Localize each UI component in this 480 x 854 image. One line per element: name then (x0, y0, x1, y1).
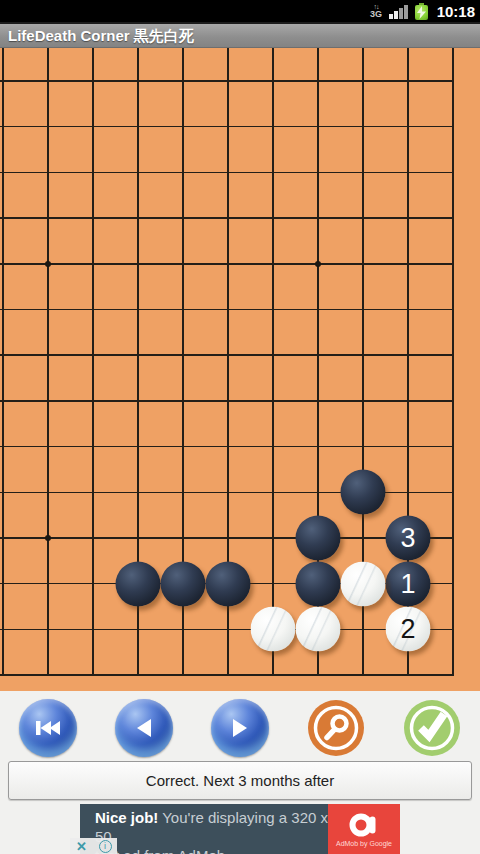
next-move-button[interactable] (211, 699, 269, 757)
clock: 10:18 (437, 3, 475, 20)
app-title: LifeDeath Corner 黒先白死 (8, 27, 194, 46)
admob-a-logo-icon (349, 811, 379, 839)
stone-black (296, 516, 341, 561)
result-message-bar[interactable]: Correct. Next 3 months after (8, 761, 472, 800)
battery-charging-icon (415, 3, 428, 20)
admob-logo-panel: AdMob by Google (328, 804, 400, 854)
app-screen: ↑↓ 3G 10:18 LifeDeath Corner 黒先白死 312 (0, 0, 480, 854)
stone-black: 1 (386, 561, 431, 606)
stone-white (251, 607, 296, 652)
grid-line (0, 126, 454, 128)
grid-line (2, 48, 4, 676)
star-point (45, 261, 51, 267)
go-board[interactable]: 312 (0, 48, 480, 691)
grid-line (0, 400, 454, 402)
stone-black (206, 561, 251, 606)
info-circle-glyph: i (99, 840, 112, 853)
grid-line (0, 263, 454, 265)
stone-black (161, 561, 206, 606)
grid-line (0, 446, 454, 448)
grid-line (452, 48, 454, 676)
star-point (45, 535, 51, 541)
ad-text: Nice job! You're displaying a 320 x 50 t… (95, 808, 330, 854)
control-panel: Correct. Next 3 months after (0, 691, 480, 804)
first-move-button[interactable] (19, 699, 77, 757)
signal-bars-icon (389, 4, 408, 19)
stone-black (116, 561, 161, 606)
grid-line (272, 48, 274, 676)
previous-move-button[interactable] (115, 699, 173, 757)
checkmark-icon (403, 699, 461, 757)
stone-black: 3 (386, 516, 431, 561)
ad-info-icon[interactable]: i (93, 838, 117, 854)
magnifier-icon (307, 699, 365, 757)
move-number: 1 (400, 570, 415, 597)
admob-test-ad[interactable]: Nice job! You're displaying a 320 x 50 t… (80, 804, 400, 854)
move-number: 3 (400, 525, 415, 552)
grid-line (0, 80, 454, 82)
stone-white: 2 (386, 607, 431, 652)
grid-line (0, 674, 454, 676)
check-answer-button[interactable] (403, 699, 461, 757)
stone-white (296, 607, 341, 652)
next-triangle-icon (226, 714, 254, 742)
close-x-glyph: ✕ (76, 839, 87, 854)
grid-line (92, 48, 94, 676)
stone-white (341, 561, 386, 606)
grid-line (0, 354, 454, 356)
grid-line (0, 492, 454, 494)
result-message: Correct. Next 3 months after (146, 772, 334, 789)
network-3g-icon: ↑↓ 3G (370, 3, 382, 19)
skip-to-start-icon (33, 714, 63, 742)
hint-button[interactable] (307, 699, 365, 757)
network-label: 3G (370, 10, 382, 19)
ad-banner-row: Nice job! You're displaying a 320 x 50 t… (0, 804, 480, 854)
stone-black (341, 470, 386, 515)
star-point (315, 261, 321, 267)
grid-line (0, 172, 454, 174)
android-status-bar: ↑↓ 3G 10:18 (0, 0, 480, 22)
ad-close-icon[interactable]: ✕ (70, 838, 93, 854)
grid-line (0, 217, 454, 219)
grid-line (47, 48, 49, 676)
grid-line (0, 309, 454, 311)
previous-triangle-icon (130, 714, 158, 742)
title-bar: LifeDeath Corner 黒先白死 (0, 22, 480, 48)
nav-button-row (0, 691, 480, 757)
stone-black (296, 561, 341, 606)
ad-headline: Nice job! (95, 809, 158, 826)
move-number: 2 (400, 616, 415, 643)
admob-caption: AdMob by Google (336, 840, 392, 847)
